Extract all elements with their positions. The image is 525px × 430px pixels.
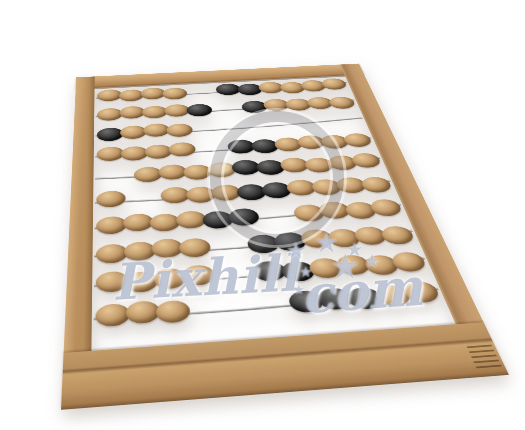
abacus-photo (64, 0, 502, 396)
star-icon: ★ (364, 250, 380, 271)
finger-joint-detail (465, 341, 502, 368)
stock-photo-canvas: Pixhill com ★★★★★★★ (0, 0, 525, 430)
abacus-board (61, 64, 509, 410)
star-icon: ★ (299, 263, 312, 281)
frame-bottom-rail (61, 322, 509, 410)
star-icon: ★ (330, 246, 360, 286)
star-icon: ★ (293, 282, 305, 297)
star-icon: ★ (286, 238, 306, 263)
